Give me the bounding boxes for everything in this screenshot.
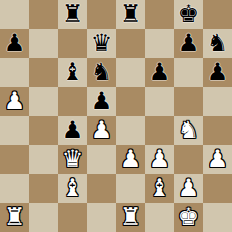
- square-a5[interactable]: ♟: [0, 87, 29, 116]
- piece-white-bishop: ♝: [145, 174, 174, 203]
- square-b8[interactable]: [29, 0, 58, 29]
- piece-white-queen: ♛: [58, 145, 87, 174]
- square-e4[interactable]: [116, 116, 145, 145]
- piece-black-knight: ♞: [87, 58, 116, 87]
- piece-black-rook: ♜: [58, 0, 87, 29]
- square-b1[interactable]: [29, 203, 58, 232]
- piece-white-pawn: ♟: [87, 116, 116, 145]
- square-b4[interactable]: [29, 116, 58, 145]
- piece-black-pawn: ♟: [145, 58, 174, 87]
- piece-black-king: ♚: [174, 0, 203, 29]
- square-a6[interactable]: [0, 58, 29, 87]
- square-e5[interactable]: [116, 87, 145, 116]
- square-b7[interactable]: [29, 29, 58, 58]
- square-d8[interactable]: [87, 0, 116, 29]
- square-c3[interactable]: ♛: [58, 145, 87, 174]
- square-d1[interactable]: [87, 203, 116, 232]
- square-b5[interactable]: [29, 87, 58, 116]
- square-g1[interactable]: ♚: [174, 203, 203, 232]
- square-c8[interactable]: ♜: [58, 0, 87, 29]
- square-g7[interactable]: ♟: [174, 29, 203, 58]
- square-b6[interactable]: [29, 58, 58, 87]
- square-g5[interactable]: [174, 87, 203, 116]
- square-d5[interactable]: ♟: [87, 87, 116, 116]
- square-e7[interactable]: [116, 29, 145, 58]
- square-a2[interactable]: [0, 174, 29, 203]
- square-f1[interactable]: [145, 203, 174, 232]
- square-f3[interactable]: ♟: [145, 145, 174, 174]
- square-d2[interactable]: [87, 174, 116, 203]
- square-h2[interactable]: [203, 174, 232, 203]
- square-h6[interactable]: ♟: [203, 58, 232, 87]
- square-f7[interactable]: [145, 29, 174, 58]
- square-f4[interactable]: [145, 116, 174, 145]
- square-g2[interactable]: ♟: [174, 174, 203, 203]
- square-h1[interactable]: [203, 203, 232, 232]
- piece-white-knight: ♞: [174, 116, 203, 145]
- square-a7[interactable]: ♟: [0, 29, 29, 58]
- piece-black-pawn: ♟: [203, 58, 232, 87]
- piece-black-rook: ♜: [116, 0, 145, 29]
- square-d4[interactable]: ♟: [87, 116, 116, 145]
- piece-white-pawn: ♟: [0, 87, 29, 116]
- piece-white-pawn: ♟: [145, 145, 174, 174]
- square-e1[interactable]: ♜: [116, 203, 145, 232]
- square-f2[interactable]: ♝: [145, 174, 174, 203]
- square-c6[interactable]: ♝: [58, 58, 87, 87]
- piece-black-pawn: ♟: [174, 29, 203, 58]
- square-c7[interactable]: [58, 29, 87, 58]
- square-c2[interactable]: ♝: [58, 174, 87, 203]
- piece-white-pawn: ♟: [203, 145, 232, 174]
- piece-white-pawn: ♟: [174, 174, 203, 203]
- square-h5[interactable]: [203, 87, 232, 116]
- square-a3[interactable]: [0, 145, 29, 174]
- square-e8[interactable]: ♜: [116, 0, 145, 29]
- square-b2[interactable]: [29, 174, 58, 203]
- square-a1[interactable]: ♜: [0, 203, 29, 232]
- square-d7[interactable]: ♛: [87, 29, 116, 58]
- piece-white-pawn: ♟: [116, 145, 145, 174]
- square-f8[interactable]: [145, 0, 174, 29]
- square-h7[interactable]: ♞: [203, 29, 232, 58]
- square-g8[interactable]: ♚: [174, 0, 203, 29]
- square-h3[interactable]: ♟: [203, 145, 232, 174]
- square-h8[interactable]: [203, 0, 232, 29]
- square-a8[interactable]: [0, 0, 29, 29]
- piece-black-queen: ♛: [87, 29, 116, 58]
- piece-white-rook: ♜: [116, 203, 145, 232]
- square-g6[interactable]: [174, 58, 203, 87]
- square-b3[interactable]: [29, 145, 58, 174]
- square-h4[interactable]: [203, 116, 232, 145]
- square-f5[interactable]: [145, 87, 174, 116]
- square-e2[interactable]: [116, 174, 145, 203]
- piece-black-pawn: ♟: [0, 29, 29, 58]
- piece-black-pawn: ♟: [87, 87, 116, 116]
- chess-board: ♜♜♚♟♛♟♞♝♞♟♟♟♟♟♟♞♛♟♟♟♝♝♟♜♜♚: [0, 0, 232, 232]
- piece-black-bishop: ♝: [58, 58, 87, 87]
- piece-white-rook: ♜: [0, 203, 29, 232]
- piece-white-king: ♚: [174, 203, 203, 232]
- square-d6[interactable]: ♞: [87, 58, 116, 87]
- square-e6[interactable]: [116, 58, 145, 87]
- square-e3[interactable]: ♟: [116, 145, 145, 174]
- square-g3[interactable]: [174, 145, 203, 174]
- square-c1[interactable]: [58, 203, 87, 232]
- square-f6[interactable]: ♟: [145, 58, 174, 87]
- piece-black-knight: ♞: [203, 29, 232, 58]
- square-c4[interactable]: ♟: [58, 116, 87, 145]
- square-c5[interactable]: [58, 87, 87, 116]
- piece-white-bishop: ♝: [58, 174, 87, 203]
- square-d3[interactable]: [87, 145, 116, 174]
- piece-black-pawn: ♟: [58, 116, 87, 145]
- square-a4[interactable]: [0, 116, 29, 145]
- square-g4[interactable]: ♞: [174, 116, 203, 145]
